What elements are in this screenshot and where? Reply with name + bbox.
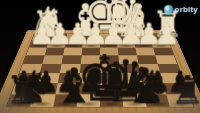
chess-board[interactable]: ♜♞♝♚♛♝♞♜♟♟♟♟♟♟♟♟♟♟♟♟♟♟♟♟♜♞♝♚♛♝♞♜ [0, 30, 200, 113]
black-king[interactable]: ♚ [76, 48, 100, 111]
square[interactable]: ♟ [134, 40, 153, 47]
white-pawn[interactable]: ♟ [136, 19, 154, 49]
white-pawn[interactable]: ♟ [47, 19, 65, 49]
black-rook[interactable]: ♜ [171, 71, 195, 109]
white-pawn[interactable]: ♟ [153, 19, 171, 49]
board-perspective-wrapper: ♜♞♝♚♛♝♞♜♟♟♟♟♟♟♟♟♟♟♟♟♟♟♟♟♜♞♝♚♛♝♞♜ [0, 0, 200, 113]
square[interactable]: ♚ [77, 94, 100, 106]
photo-stage: ♜♞♝♚♛♝♞♜♟♟♟♟♟♟♟♟♟♟♟♟♟♟♟♟♜♞♝♚♛♝♞♜ orbity [0, 0, 200, 113]
square[interactable]: ♝ [53, 94, 77, 106]
black-bishop[interactable]: ♝ [53, 62, 77, 110]
square[interactable]: ♟ [151, 40, 171, 47]
white-pawn[interactable]: ♟ [29, 19, 47, 49]
square[interactable]: ♟ [47, 40, 66, 47]
black-knight[interactable]: ♞ [29, 65, 53, 109]
board-squares: ♜♞♝♚♛♝♞♜♟♟♟♟♟♟♟♟♟♟♟♟♟♟♟♟♜♞♝♚♛♝♞♜ [7, 34, 193, 107]
